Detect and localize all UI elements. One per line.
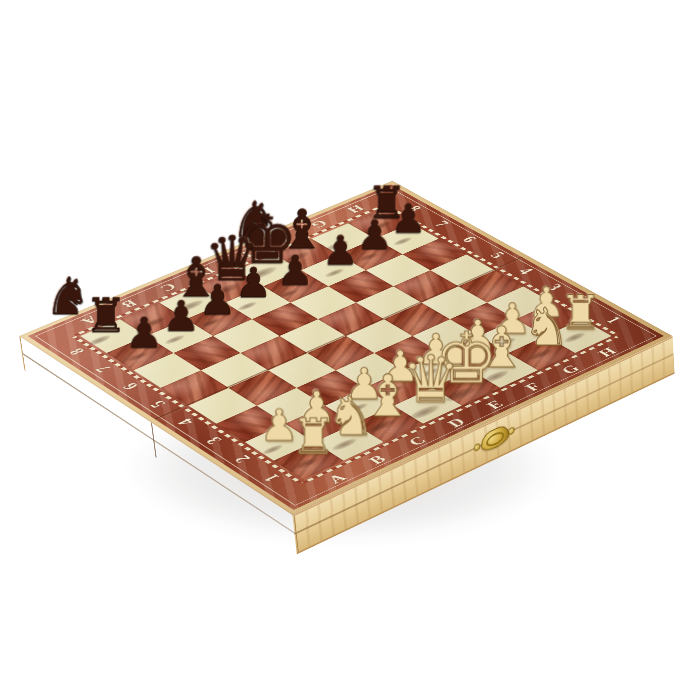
- clasp-screw: [473, 442, 480, 452]
- scene: AABBCCDDEEFFGGHH8877665544332211 ♜♞♝♛♚♝♞…: [0, 0, 700, 700]
- board-top-face: AABBCCDDEEFFGGHH8877665544332211 ♜♞♝♛♚♝♞…: [19, 181, 672, 515]
- clasp-screw: [508, 426, 515, 436]
- product-photo: AABBCCDDEEFFGGHH8877665544332211 ♜♞♝♛♚♝♞…: [0, 0, 700, 700]
- chess-board: AABBCCDDEEFFGGHH8877665544332211 ♜♞♝♛♚♝♞…: [19, 181, 672, 515]
